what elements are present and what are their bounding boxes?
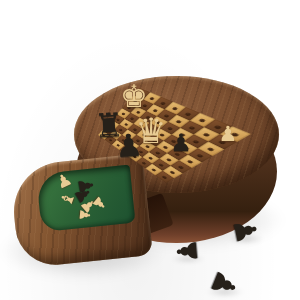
chess-set-photo: ♚♛♟♜♟♟♟♟♟♝♟♟♟♟♟♟: [0, 0, 300, 300]
white-king: ♚: [120, 81, 148, 112]
black-pawn-1: ♟: [114, 129, 144, 162]
black-pawn-2: ♟: [170, 131, 192, 155]
loose-black-piece-2: ♟: [172, 238, 201, 264]
drawer-piece-7: ♟: [77, 208, 92, 222]
white-pawn: ♟: [219, 124, 238, 145]
